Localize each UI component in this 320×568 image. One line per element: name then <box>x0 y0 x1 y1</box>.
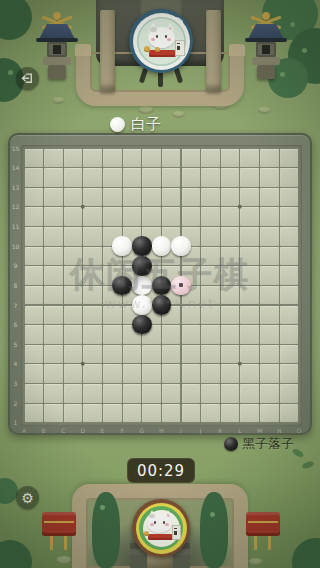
shrine-leg <box>254 534 257 550</box>
board-cell <box>44 227 62 245</box>
board-cell <box>201 227 219 245</box>
row-coordinate-label: 1 <box>10 419 21 426</box>
star-point <box>81 362 86 367</box>
pebble <box>52 97 65 104</box>
board-cell <box>64 286 82 304</box>
board-cell <box>103 207 121 225</box>
board-cell <box>25 207 43 225</box>
board-cell <box>25 227 43 245</box>
leaf-dot <box>100 505 105 510</box>
row-coordinate-label: 14 <box>10 164 21 171</box>
board-cell <box>182 325 200 343</box>
board-cell <box>201 149 219 167</box>
board-cell <box>44 247 62 265</box>
row-coordinate-label: 5 <box>10 341 21 348</box>
row-coordinate-label: 13 <box>10 184 21 191</box>
board-cell <box>162 188 180 206</box>
board-cell <box>162 306 180 324</box>
board-cell <box>240 207 258 225</box>
board-cell <box>182 286 200 304</box>
pebble <box>258 107 271 114</box>
board-cell <box>142 286 160 304</box>
board-cell <box>240 168 258 186</box>
board-cell <box>142 364 160 382</box>
board-cell <box>83 286 101 304</box>
row-coordinate-label: 15 <box>10 145 21 152</box>
board-cell <box>201 266 219 284</box>
board-cell <box>64 404 82 422</box>
board-cell <box>182 227 200 245</box>
board-cell <box>44 364 62 382</box>
board-cell <box>201 364 219 382</box>
stone-pillar-left <box>100 10 115 92</box>
board-cell <box>64 384 82 402</box>
board-cell <box>44 266 62 284</box>
board-cell <box>123 266 141 284</box>
star-point <box>238 205 243 210</box>
col-coordinate-label: F <box>117 427 127 434</box>
board-cell <box>221 207 239 225</box>
board-cell <box>280 325 298 343</box>
top-player-label: 白子 <box>110 114 161 134</box>
pebble <box>248 558 263 566</box>
row-coordinate-label: 8 <box>10 282 21 289</box>
col-coordinate-label: H <box>156 427 166 434</box>
gomoku-game-screen: { "game": "gomoku (五子棋 / five-in-a-row)"… <box>0 0 320 568</box>
board-cell <box>162 404 180 422</box>
board-cell <box>201 286 219 304</box>
board-cell <box>240 325 258 343</box>
board-cell <box>103 168 121 186</box>
board-cell <box>103 149 121 167</box>
foliage-top-left <box>0 0 32 40</box>
board-cell <box>260 188 278 206</box>
board-cell <box>103 286 121 304</box>
stone-pillar-right <box>206 10 221 92</box>
board-cell <box>280 188 298 206</box>
shrine-leg <box>50 534 53 550</box>
board-cell <box>162 345 180 363</box>
top-player-avatar <box>129 9 193 73</box>
board-cell <box>240 364 258 382</box>
board-cell <box>162 325 180 343</box>
leaf-decor <box>301 460 314 470</box>
shrine-leg <box>64 534 67 550</box>
board-cell <box>123 345 141 363</box>
board-cell <box>221 325 239 343</box>
black-stone-icon <box>224 437 238 451</box>
board-cell <box>240 188 258 206</box>
board-cell <box>280 286 298 304</box>
board-cell <box>221 286 239 304</box>
player-label-text: 白子 <box>131 115 161 134</box>
board-cell <box>260 306 278 324</box>
board-cell <box>280 168 298 186</box>
board-cell <box>25 247 43 265</box>
col-coordinate-label: N <box>274 427 284 434</box>
cat-character <box>141 21 185 65</box>
pebble <box>172 111 185 118</box>
back-button[interactable] <box>16 67 39 90</box>
board-cell <box>182 384 200 402</box>
board-cell <box>162 384 180 402</box>
board-cell <box>260 266 278 284</box>
board-cell <box>123 207 141 225</box>
board-cell <box>260 325 278 343</box>
board-cell <box>280 149 298 167</box>
board-cell <box>25 404 43 422</box>
board-cell <box>25 168 43 186</box>
board-cell <box>221 364 239 382</box>
pebble <box>56 556 72 565</box>
board-cell <box>83 384 101 402</box>
board-cell <box>182 247 200 265</box>
row-coordinate-label: 7 <box>10 302 21 309</box>
board-cell <box>25 266 43 284</box>
board-cell <box>142 266 160 284</box>
row-coordinate-label: 6 <box>10 321 21 328</box>
board-cell <box>103 345 121 363</box>
board-cell <box>260 364 278 382</box>
board-cell <box>240 384 258 402</box>
gear-icon: ⚙ <box>21 491 34 505</box>
foliage-bottom-left <box>0 540 32 568</box>
board-cell <box>83 325 101 343</box>
board-cell <box>280 247 298 265</box>
col-coordinate-label: M <box>255 427 265 434</box>
board-cell <box>25 149 43 167</box>
board-cell <box>83 364 101 382</box>
board-cell <box>142 149 160 167</box>
board-cell <box>123 404 141 422</box>
board-cell <box>280 345 298 363</box>
board-cell <box>123 247 141 265</box>
board-cell <box>25 384 43 402</box>
cat-character <box>141 508 181 548</box>
board-cell <box>280 266 298 284</box>
board-cell <box>221 188 239 206</box>
board-cell <box>221 227 239 245</box>
board-cell <box>240 149 258 167</box>
board-cell <box>142 384 160 402</box>
board-cell <box>123 188 141 206</box>
board-cell <box>64 266 82 284</box>
board-cell <box>182 207 200 225</box>
shrine-leg <box>268 534 271 550</box>
board-cell <box>142 306 160 324</box>
board-cell <box>162 364 180 382</box>
board-cell <box>25 364 43 382</box>
board-cell <box>221 306 239 324</box>
board-cell <box>221 404 239 422</box>
board-cell <box>280 364 298 382</box>
row-coordinate-label: 3 <box>10 380 21 387</box>
board-cell <box>25 306 43 324</box>
board-cell <box>162 149 180 167</box>
board-cell <box>103 404 121 422</box>
row-coordinate-label: 9 <box>10 262 21 269</box>
board-cell <box>201 306 219 324</box>
board-cell <box>44 149 62 167</box>
board-cell <box>240 227 258 245</box>
board-cell <box>123 384 141 402</box>
board-cell <box>201 345 219 363</box>
tree-left <box>92 492 120 568</box>
row-coordinate-label: 4 <box>10 360 21 367</box>
col-coordinate-label: A <box>19 427 29 434</box>
board-cell <box>182 306 200 324</box>
board-cell <box>25 286 43 304</box>
board-cell <box>201 384 219 402</box>
col-coordinate-label: E <box>98 427 108 434</box>
board-cell <box>44 325 62 343</box>
board-cell <box>201 188 219 206</box>
board-cell <box>103 188 121 206</box>
board-cell <box>221 168 239 186</box>
board-cell <box>221 266 239 284</box>
board-cell <box>162 266 180 284</box>
board-cell <box>64 345 82 363</box>
board-cell <box>103 247 121 265</box>
board-cell <box>83 404 101 422</box>
board-cell <box>64 364 82 382</box>
board-cell <box>182 149 200 167</box>
col-coordinate-label: B <box>39 427 49 434</box>
pebble <box>138 106 154 114</box>
board-cell <box>64 325 82 343</box>
col-coordinate-label: L <box>235 427 245 434</box>
settings-button[interactable]: ⚙ <box>16 486 39 509</box>
board-cell <box>123 364 141 382</box>
board-cell <box>162 227 180 245</box>
board-cell <box>83 306 101 324</box>
board-cell <box>260 384 278 402</box>
board-cell <box>44 207 62 225</box>
turn-indicator: 黑子落子 <box>224 435 294 452</box>
board-cell <box>201 325 219 343</box>
col-coordinate-label: G <box>137 427 147 434</box>
row-coordinate-label: 2 <box>10 400 21 407</box>
board-cell <box>162 168 180 186</box>
red-shrine-left <box>42 512 76 536</box>
board-cell <box>260 207 278 225</box>
board-cell <box>201 168 219 186</box>
board-cell <box>142 325 160 343</box>
board-cell <box>142 247 160 265</box>
board-cell <box>260 149 278 167</box>
back-arrow-icon <box>21 72 34 85</box>
board-cell <box>260 247 278 265</box>
board-cell <box>280 207 298 225</box>
board-cell <box>240 404 258 422</box>
board-cell <box>83 266 101 284</box>
board-cell <box>280 306 298 324</box>
board-cell <box>260 345 278 363</box>
board-cell <box>280 227 298 245</box>
board-cell <box>280 384 298 402</box>
board-cell <box>64 306 82 324</box>
gomoku-board[interactable]: 151413121110987654321ABCDEFGHIJKLMNO <box>8 133 312 435</box>
board-cell <box>240 306 258 324</box>
board-cell <box>260 286 278 304</box>
board-frame: 151413121110987654321ABCDEFGHIJKLMNO <box>10 135 310 433</box>
row-coordinate-label: 10 <box>10 243 21 250</box>
col-coordinate-label: C <box>58 427 68 434</box>
bottom-player-avatar <box>132 499 190 557</box>
board-cell <box>260 227 278 245</box>
col-coordinate-label: K <box>215 427 225 434</box>
star-point <box>238 362 243 367</box>
board-cell <box>64 207 82 225</box>
board-cell <box>162 247 180 265</box>
board-cell <box>260 168 278 186</box>
board-cell <box>182 188 200 206</box>
board-cell <box>44 345 62 363</box>
board-cell <box>142 227 160 245</box>
board-cell <box>182 168 200 186</box>
board-cell <box>142 345 160 363</box>
turn-indicator-text: 黑子落子 <box>242 435 294 453</box>
board-cell <box>221 384 239 402</box>
board-cell <box>64 188 82 206</box>
board-cell <box>201 404 219 422</box>
col-coordinate-label: I <box>176 427 186 434</box>
board-cell <box>103 306 121 324</box>
star-point <box>159 283 164 288</box>
board-cell <box>142 404 160 422</box>
board-cell <box>123 286 141 304</box>
board-cell <box>182 345 200 363</box>
avatar-stand-leg <box>158 72 163 87</box>
board-cell <box>103 325 121 343</box>
board-cell <box>44 168 62 186</box>
board-cell <box>182 404 200 422</box>
stone-lantern-right <box>240 12 292 90</box>
board-cell <box>221 345 239 363</box>
board-cell <box>240 247 258 265</box>
board-cell <box>142 207 160 225</box>
board-cell <box>123 227 141 245</box>
board-cell <box>64 149 82 167</box>
col-coordinate-label: O <box>294 427 304 434</box>
board-cell <box>83 207 101 225</box>
board-cell <box>240 345 258 363</box>
board-cell <box>240 286 258 304</box>
red-shrine-right <box>246 512 280 536</box>
white-stone-icon <box>110 117 125 132</box>
move-timer: 00:29 <box>127 458 195 483</box>
board-cell <box>260 404 278 422</box>
col-coordinate-label: J <box>196 427 206 434</box>
col-coordinate-label: D <box>78 427 88 434</box>
board-cell <box>162 286 180 304</box>
board-cell <box>240 266 258 284</box>
board-cell <box>83 168 101 186</box>
board-cell <box>123 306 141 324</box>
star-point <box>81 205 86 210</box>
board-cell <box>44 188 62 206</box>
board-cell <box>221 149 239 167</box>
board-cell <box>83 188 101 206</box>
leaf-dot <box>302 48 307 53</box>
board-cell <box>182 266 200 284</box>
board-cell <box>103 364 121 382</box>
board-cell <box>280 404 298 422</box>
board-cell <box>25 345 43 363</box>
board-surface[interactable] <box>21 145 302 426</box>
board-cell <box>142 188 160 206</box>
board-cell <box>123 149 141 167</box>
leaf-dot <box>8 70 13 75</box>
board-cell <box>44 404 62 422</box>
board-cell <box>25 325 43 343</box>
board-cell <box>44 306 62 324</box>
board-cell <box>201 207 219 225</box>
board-cell <box>221 247 239 265</box>
row-coordinate-label: 11 <box>10 223 21 230</box>
board-cell <box>142 168 160 186</box>
board-cell <box>123 168 141 186</box>
board-cell <box>83 247 101 265</box>
board-cell <box>103 227 121 245</box>
board-cell <box>64 227 82 245</box>
timer-value: 00:29 <box>137 462 185 480</box>
board-cell <box>103 266 121 284</box>
board-cell <box>44 384 62 402</box>
board-cell <box>64 168 82 186</box>
board-cell <box>83 149 101 167</box>
board-cell <box>182 364 200 382</box>
board-cell <box>64 247 82 265</box>
board-cell <box>83 345 101 363</box>
board-cell <box>44 286 62 304</box>
board-cell <box>83 227 101 245</box>
board-cell <box>123 325 141 343</box>
board-cell <box>201 247 219 265</box>
board-cell <box>103 384 121 402</box>
foliage-bottom-right <box>292 538 320 568</box>
leaf-dot <box>210 512 215 517</box>
tree-right <box>200 492 228 568</box>
row-coordinate-label: 12 <box>10 203 21 210</box>
board-cell <box>25 188 43 206</box>
board-cell <box>162 207 180 225</box>
